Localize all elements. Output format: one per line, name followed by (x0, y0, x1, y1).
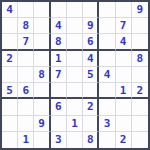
cell-r2c2[interactable]: 8 (18, 18, 34, 34)
cell-r4c7[interactable] (99, 51, 115, 67)
cell-r3c9[interactable] (132, 34, 148, 50)
cell-r2c7[interactable] (99, 18, 115, 34)
cell-r2c6[interactable]: 9 (83, 18, 99, 34)
cell-r4c2[interactable] (18, 51, 34, 67)
cell-r9c9[interactable] (132, 132, 148, 148)
cell-r4c9[interactable]: 8 (132, 51, 148, 67)
cell-r5c5[interactable] (67, 67, 83, 83)
cell-r5c2[interactable] (18, 67, 34, 83)
cell-r2c1[interactable] (2, 18, 18, 34)
cell-r7c1[interactable] (2, 99, 18, 115)
cell-r8c4[interactable] (51, 116, 67, 132)
cell-r6c5[interactable] (67, 83, 83, 99)
cell-r1c1[interactable]: 4 (2, 2, 18, 18)
cell-r6c4[interactable] (51, 83, 67, 99)
cell-r7c8[interactable] (116, 99, 132, 115)
cell-r7c2[interactable] (18, 99, 34, 115)
cell-r5c7[interactable]: 4 (99, 67, 115, 83)
cell-r8c1[interactable] (2, 116, 18, 132)
cell-r2c8[interactable]: 7 (116, 18, 132, 34)
cell-r8c5[interactable]: 1 (67, 116, 83, 132)
cell-r5c9[interactable] (132, 67, 148, 83)
cell-r9c5[interactable] (67, 132, 83, 148)
cell-r6c1[interactable]: 5 (2, 83, 18, 99)
cell-r9c8[interactable]: 2 (116, 132, 132, 148)
cell-r4c8[interactable] (116, 51, 132, 67)
cell-r9c3[interactable] (34, 132, 50, 148)
cell-r5c6[interactable]: 5 (83, 67, 99, 83)
cell-r5c3[interactable]: 8 (34, 67, 50, 83)
cell-r8c9[interactable] (132, 116, 148, 132)
cell-r3c7[interactable] (99, 34, 115, 50)
cell-r1c5[interactable] (67, 2, 83, 18)
cell-r1c4[interactable] (51, 2, 67, 18)
cell-r4c6[interactable]: 4 (83, 51, 99, 67)
cell-r4c4[interactable]: 1 (51, 51, 67, 67)
cell-r1c7[interactable] (99, 2, 115, 18)
cell-r9c6[interactable]: 8 (83, 132, 99, 148)
cell-r4c3[interactable] (34, 51, 50, 67)
cell-r1c2[interactable] (18, 2, 34, 18)
cell-r9c4[interactable]: 3 (51, 132, 67, 148)
cell-r7c3[interactable] (34, 99, 50, 115)
cell-r3c6[interactable]: 6 (83, 34, 99, 50)
cell-r6c9[interactable]: 2 (132, 83, 148, 99)
cell-r1c6[interactable] (83, 2, 99, 18)
cell-r6c6[interactable] (83, 83, 99, 99)
cell-r5c1[interactable] (2, 67, 18, 83)
cell-r8c7[interactable]: 3 (99, 116, 115, 132)
cell-r3c5[interactable] (67, 34, 83, 50)
cell-r3c8[interactable]: 4 (116, 34, 132, 50)
cell-r6c2[interactable]: 6 (18, 83, 34, 99)
cell-r3c2[interactable]: 7 (18, 34, 34, 50)
cell-r4c5[interactable] (67, 51, 83, 67)
cell-r8c6[interactable] (83, 116, 99, 132)
cell-r7c6[interactable]: 2 (83, 99, 99, 115)
cell-r9c1[interactable] (2, 132, 18, 148)
cell-r5c4[interactable]: 7 (51, 67, 67, 83)
cell-r9c7[interactable] (99, 132, 115, 148)
cell-r2c9[interactable] (132, 18, 148, 34)
cell-r1c8[interactable] (116, 2, 132, 18)
cell-r6c8[interactable]: 1 (116, 83, 132, 99)
cell-r5c8[interactable] (116, 67, 132, 83)
cell-r3c4[interactable]: 8 (51, 34, 67, 50)
cell-r6c7[interactable] (99, 83, 115, 99)
cell-r8c8[interactable] (116, 116, 132, 132)
cell-r7c5[interactable] (67, 99, 83, 115)
cell-r3c3[interactable] (34, 34, 50, 50)
cell-r2c3[interactable] (34, 18, 50, 34)
cell-r7c7[interactable] (99, 99, 115, 115)
cell-r2c5[interactable] (67, 18, 83, 34)
cell-r9c2[interactable]: 1 (18, 132, 34, 148)
cell-r6c3[interactable] (34, 83, 50, 99)
cell-r7c9[interactable] (132, 99, 148, 115)
cell-r8c3[interactable]: 9 (34, 116, 50, 132)
cell-r8c2[interactable] (18, 116, 34, 132)
cell-r1c3[interactable] (34, 2, 50, 18)
cell-r4c1[interactable]: 2 (2, 51, 18, 67)
cell-r3c1[interactable] (2, 34, 18, 50)
cell-r2c4[interactable]: 4 (51, 18, 67, 34)
cell-r1c9[interactable]: 9 (132, 2, 148, 18)
cell-r7c4[interactable]: 6 (51, 99, 67, 115)
sudoku-board: 4984977864214887545612629131382 (0, 0, 150, 150)
